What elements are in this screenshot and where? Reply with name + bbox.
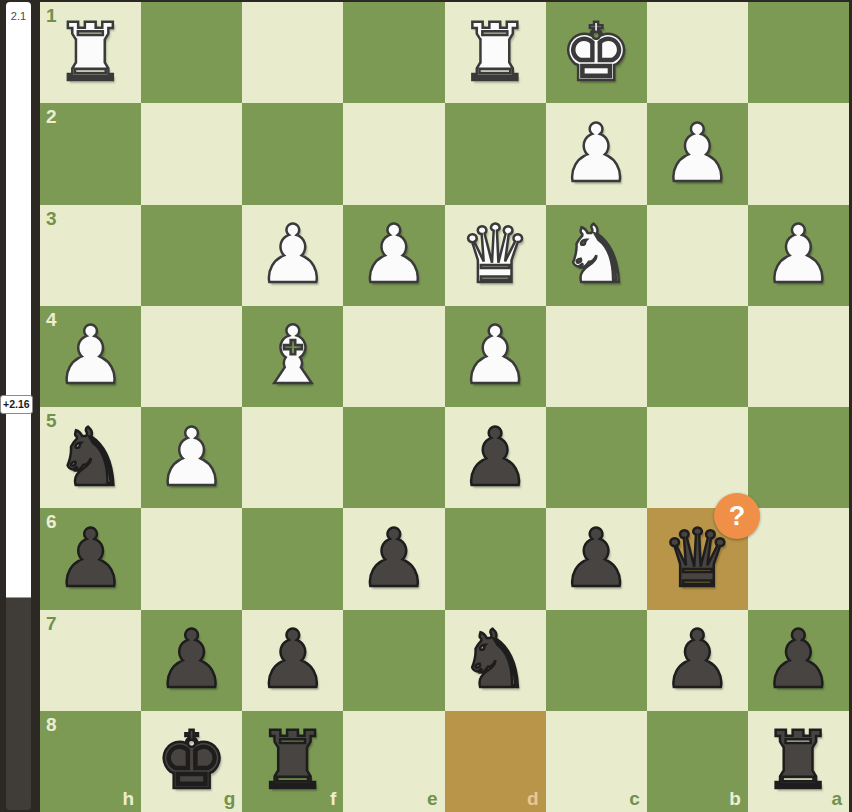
square-e2[interactable] [343, 103, 444, 204]
square-a7[interactable]: ♟ [748, 610, 849, 711]
square-e7[interactable] [343, 610, 444, 711]
file-label-e: e [427, 789, 438, 808]
square-a6[interactable] [748, 508, 849, 609]
square-f3[interactable]: ♟ [242, 205, 343, 306]
square-h4[interactable]: 4♟ [40, 306, 141, 407]
square-e1[interactable] [343, 2, 444, 103]
rank-label-8: 8 [46, 715, 57, 734]
square-b3[interactable] [647, 205, 748, 306]
piece-black-rook[interactable]: ♜ [748, 711, 849, 812]
chess-board: 1♜♜♚2♟♟3♟♟♛♞♟4♟♝♟5♞♟♟6♟♟♟♛7♟♟♞♟♟8hg♚f♜ed… [40, 2, 849, 812]
piece-black-knight[interactable]: ♞ [40, 407, 141, 508]
square-d4[interactable]: ♟ [445, 306, 546, 407]
square-g6[interactable] [141, 508, 242, 609]
square-b7[interactable]: ♟ [647, 610, 748, 711]
piece-black-pawn[interactable]: ♟ [40, 508, 141, 609]
square-h3[interactable]: 3 [40, 205, 141, 306]
square-a3[interactable]: ♟ [748, 205, 849, 306]
piece-black-pawn[interactable]: ♟ [343, 508, 444, 609]
file-label-b: b [729, 789, 741, 808]
square-f8[interactable]: f♜ [242, 711, 343, 812]
square-g3[interactable] [141, 205, 242, 306]
file-label-c: c [629, 789, 640, 808]
piece-black-king[interactable]: ♚ [141, 711, 242, 812]
square-c1[interactable]: ♚ [546, 2, 647, 103]
square-e4[interactable] [343, 306, 444, 407]
square-d6[interactable] [445, 508, 546, 609]
square-d2[interactable] [445, 103, 546, 204]
square-d7[interactable]: ♞ [445, 610, 546, 711]
piece-white-pawn[interactable]: ♟ [445, 306, 546, 407]
square-h1[interactable]: 1♜ [40, 2, 141, 103]
square-g4[interactable] [141, 306, 242, 407]
square-c3[interactable]: ♞ [546, 205, 647, 306]
square-a8[interactable]: a♜ [748, 711, 849, 812]
square-g1[interactable] [141, 2, 242, 103]
square-f4[interactable]: ♝ [242, 306, 343, 407]
piece-white-king[interactable]: ♚ [546, 2, 647, 103]
square-g7[interactable]: ♟ [141, 610, 242, 711]
square-g8[interactable]: g♚ [141, 711, 242, 812]
eval-score-badge: +2.16 [0, 395, 33, 414]
square-h7[interactable]: 7 [40, 610, 141, 711]
square-h8[interactable]: 8h [40, 711, 141, 812]
piece-white-pawn[interactable]: ♟ [141, 407, 242, 508]
piece-white-pawn[interactable]: ♟ [748, 205, 849, 306]
square-f7[interactable]: ♟ [242, 610, 343, 711]
square-c7[interactable] [546, 610, 647, 711]
square-h6[interactable]: 6♟ [40, 508, 141, 609]
piece-black-knight[interactable]: ♞ [445, 610, 546, 711]
square-e6[interactable]: ♟ [343, 508, 444, 609]
square-a4[interactable] [748, 306, 849, 407]
piece-white-pawn[interactable]: ♟ [40, 306, 141, 407]
eval-score-text: 2.1 [6, 10, 31, 22]
square-e8[interactable]: e [343, 711, 444, 812]
square-b4[interactable] [647, 306, 748, 407]
eval-gauge-white-section: 2.1 [6, 2, 31, 598]
square-f6[interactable] [242, 508, 343, 609]
square-c8[interactable]: c [546, 711, 647, 812]
piece-black-pawn[interactable]: ♟ [748, 610, 849, 711]
piece-white-pawn[interactable]: ♟ [242, 205, 343, 306]
square-a5[interactable] [748, 407, 849, 508]
square-e3[interactable]: ♟ [343, 205, 444, 306]
square-d3[interactable]: ♛ [445, 205, 546, 306]
square-b8[interactable]: b [647, 711, 748, 812]
piece-white-pawn[interactable]: ♟ [343, 205, 444, 306]
rank-label-3: 3 [46, 209, 57, 228]
square-g5[interactable]: ♟ [141, 407, 242, 508]
piece-white-bishop[interactable]: ♝ [242, 306, 343, 407]
piece-white-pawn[interactable]: ♟ [647, 103, 748, 204]
square-b2[interactable]: ♟ [647, 103, 748, 204]
piece-white-rook[interactable]: ♜ [40, 2, 141, 103]
square-d5[interactable]: ♟ [445, 407, 546, 508]
piece-white-rook[interactable]: ♜ [445, 2, 546, 103]
piece-white-queen[interactable]: ♛ [445, 205, 546, 306]
square-c6[interactable]: ♟ [546, 508, 647, 609]
square-a1[interactable] [748, 2, 849, 103]
square-c2[interactable]: ♟ [546, 103, 647, 204]
piece-black-pawn[interactable]: ♟ [141, 610, 242, 711]
mistake-annotation-badge: ? [714, 493, 760, 539]
question-mark-icon: ? [729, 501, 746, 532]
piece-black-rook[interactable]: ♜ [242, 711, 343, 812]
square-d1[interactable]: ♜ [445, 2, 546, 103]
square-g2[interactable] [141, 103, 242, 204]
square-c4[interactable] [546, 306, 647, 407]
square-d8[interactable]: d [445, 711, 546, 812]
square-f2[interactable] [242, 103, 343, 204]
rank-label-7: 7 [46, 614, 57, 633]
piece-black-pawn[interactable]: ♟ [445, 407, 546, 508]
piece-white-knight[interactable]: ♞ [546, 205, 647, 306]
square-e5[interactable] [343, 407, 444, 508]
square-b1[interactable] [647, 2, 748, 103]
square-h5[interactable]: 5♞ [40, 407, 141, 508]
file-label-d: d [527, 789, 539, 808]
piece-black-pawn[interactable]: ♟ [242, 610, 343, 711]
rank-label-2: 2 [46, 107, 57, 126]
piece-black-pawn[interactable]: ♟ [546, 508, 647, 609]
square-h2[interactable]: 2 [40, 103, 141, 204]
file-label-h: h [123, 789, 135, 808]
square-c5[interactable] [546, 407, 647, 508]
piece-white-pawn[interactable]: ♟ [546, 103, 647, 204]
square-a2[interactable] [748, 103, 849, 204]
piece-black-pawn[interactable]: ♟ [647, 610, 748, 711]
square-f1[interactable] [242, 2, 343, 103]
square-f5[interactable] [242, 407, 343, 508]
